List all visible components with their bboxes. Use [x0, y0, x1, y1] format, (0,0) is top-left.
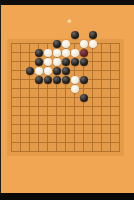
board-cell[interactable] [79, 39, 88, 48]
bottom-bar [0, 193, 134, 200]
board-cell[interactable] [61, 147, 70, 156]
board-cell[interactable] [7, 129, 16, 138]
board-cell[interactable] [25, 84, 34, 93]
board-cell[interactable] [25, 138, 34, 147]
board-cell[interactable] [106, 93, 115, 102]
board-cell[interactable] [115, 57, 124, 66]
white-stone [44, 49, 52, 57]
board-cell[interactable] [79, 138, 88, 147]
board-cell[interactable] [16, 75, 25, 84]
black-stone [53, 40, 61, 48]
board-cell[interactable] [106, 129, 115, 138]
board-cell[interactable] [70, 84, 79, 93]
board-cell[interactable] [34, 129, 43, 138]
board-cell[interactable] [61, 120, 70, 129]
board-cell[interactable] [106, 57, 115, 66]
board-cell[interactable] [97, 129, 106, 138]
board-cell[interactable] [61, 57, 70, 66]
board-cell[interactable] [106, 120, 115, 129]
board-cell[interactable] [7, 66, 16, 75]
board-cell[interactable] [34, 30, 43, 39]
board-cell[interactable] [25, 147, 34, 156]
board-cell[interactable] [43, 57, 52, 66]
board-cell[interactable] [25, 120, 34, 129]
board-cell[interactable] [70, 57, 79, 66]
board-cell[interactable] [70, 30, 79, 39]
board-cell[interactable] [61, 102, 70, 111]
black-stone [80, 58, 88, 66]
black-stone [71, 31, 79, 39]
board-cell[interactable] [70, 75, 79, 84]
board-cell[interactable] [52, 111, 61, 120]
board-cell[interactable] [7, 111, 16, 120]
board-cell[interactable] [88, 129, 97, 138]
board-cell[interactable] [106, 30, 115, 39]
board-cell[interactable] [115, 102, 124, 111]
board-cell[interactable] [7, 102, 16, 111]
board-cell[interactable] [79, 102, 88, 111]
board-cell[interactable] [70, 111, 79, 120]
board-cell[interactable] [70, 39, 79, 48]
board-cell[interactable] [25, 93, 34, 102]
board-cell[interactable] [79, 30, 88, 39]
board-cell[interactable] [97, 75, 106, 84]
board-cell[interactable] [34, 111, 43, 120]
white-stone [71, 49, 79, 57]
board-cell[interactable] [115, 75, 124, 84]
board-cell[interactable] [61, 66, 70, 75]
board-cell[interactable] [16, 93, 25, 102]
board-cell[interactable] [106, 147, 115, 156]
board-cell[interactable] [61, 111, 70, 120]
board-cell[interactable] [43, 84, 52, 93]
board-cell[interactable] [106, 84, 115, 93]
board-cell[interactable] [7, 138, 16, 147]
board-cell[interactable] [88, 75, 97, 84]
board-cell[interactable] [25, 57, 34, 66]
board-cell[interactable] [34, 48, 43, 57]
board-cell[interactable] [61, 30, 70, 39]
board-cell[interactable] [43, 66, 52, 75]
white-stone [80, 40, 88, 48]
board-cell[interactable] [88, 30, 97, 39]
board-cell[interactable] [79, 57, 88, 66]
white-stone [35, 67, 43, 75]
board-cell[interactable] [88, 66, 97, 75]
board-cell[interactable] [52, 93, 61, 102]
black-stone [80, 94, 88, 102]
board-cell[interactable] [106, 66, 115, 75]
black-stone [35, 76, 43, 84]
board-cell[interactable] [106, 39, 115, 48]
top-status-bar [0, 0, 134, 5]
board-cell[interactable] [61, 138, 70, 147]
board-cell[interactable] [7, 84, 16, 93]
black-stone [53, 76, 61, 84]
board-cell[interactable] [88, 39, 97, 48]
board-cell[interactable] [88, 93, 97, 102]
white-stone [89, 40, 97, 48]
board-cell[interactable] [115, 30, 124, 39]
board-cell[interactable] [25, 102, 34, 111]
board-cell[interactable] [43, 75, 52, 84]
board-cell[interactable] [88, 120, 97, 129]
black-stone [53, 67, 61, 75]
board-cell[interactable] [34, 147, 43, 156]
board-cell[interactable] [7, 39, 16, 48]
board-cell[interactable] [34, 75, 43, 84]
board-cell[interactable] [115, 66, 124, 75]
board-cell[interactable] [43, 48, 52, 57]
board-cell[interactable] [16, 48, 25, 57]
board-cell[interactable] [88, 147, 97, 156]
board-cell[interactable] [88, 57, 97, 66]
black-stone [80, 76, 88, 84]
board-cell[interactable] [52, 39, 61, 48]
board-cell[interactable] [70, 48, 79, 57]
board-cell[interactable] [115, 147, 124, 156]
board-cell[interactable] [34, 93, 43, 102]
board-cell[interactable] [16, 129, 25, 138]
board-cell[interactable] [115, 111, 124, 120]
board-cell[interactable] [61, 48, 70, 57]
board-cell[interactable] [52, 102, 61, 111]
app-screen: ✦ [0, 0, 134, 200]
board-cell[interactable] [115, 138, 124, 147]
board-cell[interactable] [97, 66, 106, 75]
board-cell[interactable] [43, 39, 52, 48]
marked-stone [80, 49, 88, 57]
board-cell[interactable] [79, 147, 88, 156]
board-cell[interactable] [97, 138, 106, 147]
board-cell[interactable] [52, 120, 61, 129]
board-cell[interactable] [88, 84, 97, 93]
board-cell[interactable] [79, 75, 88, 84]
board-cell[interactable] [43, 138, 52, 147]
board-cell[interactable] [61, 84, 70, 93]
black-stone [62, 76, 70, 84]
board-cell[interactable] [25, 111, 34, 120]
board-cell[interactable] [79, 84, 88, 93]
board-cell[interactable] [16, 57, 25, 66]
black-stone [35, 58, 43, 66]
black-stone [71, 58, 79, 66]
board-cell[interactable] [25, 30, 34, 39]
board-cell[interactable] [34, 138, 43, 147]
board-cell[interactable] [88, 102, 97, 111]
white-stone [44, 58, 52, 66]
board-cell[interactable] [52, 129, 61, 138]
screen-left-edge [0, 0, 1, 200]
board-cell[interactable] [25, 48, 34, 57]
go-board[interactable] [7, 30, 124, 156]
board-cell[interactable] [16, 138, 25, 147]
board-cell[interactable] [25, 39, 34, 48]
board-cell[interactable] [70, 129, 79, 138]
board-cell[interactable] [115, 93, 124, 102]
board-cell[interactable] [7, 120, 16, 129]
board-cell[interactable] [106, 48, 115, 57]
white-stone [62, 40, 70, 48]
black-stone [89, 31, 97, 39]
board-cell[interactable] [43, 30, 52, 39]
board-cell[interactable] [88, 111, 97, 120]
board-cell[interactable] [79, 120, 88, 129]
board-cell[interactable] [106, 138, 115, 147]
board-cell[interactable] [97, 120, 106, 129]
board-cell[interactable] [97, 93, 106, 102]
board-cell[interactable] [106, 102, 115, 111]
board-cell[interactable] [43, 102, 52, 111]
board-cell[interactable] [106, 75, 115, 84]
board-cell[interactable] [43, 147, 52, 156]
board-cell[interactable] [43, 93, 52, 102]
white-stone [71, 76, 79, 84]
board-cell[interactable] [7, 75, 16, 84]
black-stone [62, 58, 70, 66]
board-cell[interactable] [79, 93, 88, 102]
board-cell[interactable] [16, 39, 25, 48]
board-cell[interactable] [97, 39, 106, 48]
board-cell[interactable] [61, 39, 70, 48]
board-cell[interactable] [70, 93, 79, 102]
board-cell[interactable] [52, 147, 61, 156]
board-cell[interactable] [34, 39, 43, 48]
board-cell[interactable] [106, 111, 115, 120]
board-cell[interactable] [34, 120, 43, 129]
board-cell[interactable] [70, 66, 79, 75]
board-cell[interactable] [16, 30, 25, 39]
board-cell[interactable] [79, 129, 88, 138]
board-cell[interactable] [34, 102, 43, 111]
white-stone [44, 67, 52, 75]
board-cell[interactable] [70, 147, 79, 156]
board-cell[interactable] [61, 93, 70, 102]
board-cell[interactable] [97, 30, 106, 39]
board-cell[interactable] [79, 66, 88, 75]
board-cell[interactable] [7, 93, 16, 102]
board-cell[interactable] [34, 66, 43, 75]
board-cell[interactable] [16, 147, 25, 156]
board-cell[interactable] [25, 75, 34, 84]
board-cell[interactable] [52, 66, 61, 75]
board-cell[interactable] [43, 120, 52, 129]
board-cell[interactable] [34, 84, 43, 93]
board-cell[interactable] [61, 75, 70, 84]
board-cell[interactable] [7, 147, 16, 156]
board-cell[interactable] [52, 138, 61, 147]
board-cell[interactable] [7, 30, 16, 39]
board-cell[interactable] [25, 129, 34, 138]
black-stone [35, 49, 43, 57]
board-cell[interactable] [97, 111, 106, 120]
white-stone [53, 58, 61, 66]
board-cell[interactable] [115, 48, 124, 57]
board-cell[interactable] [70, 120, 79, 129]
board-cell[interactable] [97, 147, 106, 156]
board-cell[interactable] [115, 84, 124, 93]
board-cell[interactable] [97, 48, 106, 57]
board-cell[interactable] [88, 48, 97, 57]
board-cell[interactable] [16, 102, 25, 111]
board-cell[interactable] [97, 102, 106, 111]
board-cell[interactable] [79, 111, 88, 120]
board-cell[interactable] [115, 39, 124, 48]
board-cell[interactable] [16, 111, 25, 120]
board-cell[interactable] [70, 138, 79, 147]
board-cell[interactable] [16, 84, 25, 93]
board-cell[interactable] [52, 30, 61, 39]
board-cell[interactable] [115, 129, 124, 138]
board-cell[interactable] [52, 84, 61, 93]
board-cell[interactable] [43, 111, 52, 120]
board-cell[interactable] [79, 48, 88, 57]
board-cell[interactable] [25, 66, 34, 75]
board-cell[interactable] [7, 57, 16, 66]
hint-star-icon: ✦ [66, 18, 73, 26]
board-cell[interactable] [7, 48, 16, 57]
board-cell[interactable] [70, 102, 79, 111]
black-stone [26, 67, 34, 75]
board-cell[interactable] [43, 129, 52, 138]
white-stone [62, 49, 70, 57]
white-stone [71, 85, 79, 93]
board-cell[interactable] [88, 138, 97, 147]
black-stone [44, 76, 52, 84]
black-stone [62, 67, 70, 75]
board-cell[interactable] [16, 120, 25, 129]
board-cell[interactable] [52, 75, 61, 84]
white-stone [53, 49, 61, 57]
board-cell[interactable] [52, 57, 61, 66]
board-cell[interactable] [115, 120, 124, 129]
board-cell[interactable] [97, 57, 106, 66]
board-cell[interactable] [61, 129, 70, 138]
board-cell[interactable] [34, 57, 43, 66]
board-cell[interactable] [16, 66, 25, 75]
board-cell[interactable] [52, 48, 61, 57]
board-cell[interactable] [97, 84, 106, 93]
